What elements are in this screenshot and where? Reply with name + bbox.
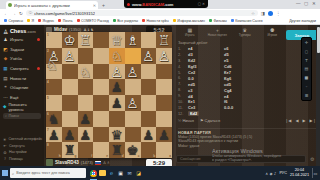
white-piece-f1[interactable]: ♖ [78,32,94,48]
square-h8[interactable]: 8h [46,142,62,158]
sidebar-item-label: Общение [10,85,28,90]
square-h6[interactable]: ♞6 [46,111,62,127]
rank-label: 7 [47,128,49,132]
chat-area: НОВАЯ ПАРТИЯ Midav (1350) против SlavaRD… [178,128,316,148]
graduation-cap-icon: ◆ [3,56,8,61]
sun-icon: ☀ [3,137,6,142]
square-g4[interactable] [62,79,78,95]
recorder-tool-6[interactable]: ☰ [305,93,309,98]
panel-tab-Играть[interactable]: ▦Играть [176,27,204,37]
move-number: 4. [178,65,188,69]
bookmark-favicon [231,19,234,22]
file-label: b [153,154,155,158]
square-a4[interactable] [156,79,172,95]
square-c8[interactable]: ♚c [125,142,141,158]
desktop-screen: Играть в шахматы с друзьями ✕ + — ▢ ✕ ww… [0,0,320,180]
move-nav-2[interactable]: ▶ [302,118,305,123]
panel-tab-Новая партия[interactable]: ＋Новая партия [204,27,232,37]
white-move[interactable]: Кe1 [188,99,224,104]
square-e8[interactable]: e [93,142,109,158]
panel-tab-Игроки[interactable]: ⚉Игроки [259,27,287,37]
white-move[interactable]: Кd2 [188,58,224,63]
square-c3[interactable]: ♙ [125,64,141,80]
chat-bubble-icon: ❝ [3,85,8,90]
black-piece-a7[interactable]: ♟ [156,127,172,143]
square-f5[interactable] [78,95,94,111]
bookmark-item[interactable]: Компания Санев [231,19,263,23]
gear-icon: ⚙ [3,150,7,155]
square-c5[interactable]: ♙ [125,95,141,111]
square-d6[interactable] [109,111,125,127]
browser-menu-icon[interactable]: ⋮ [276,11,281,16]
move-number: 9. [178,94,188,98]
black-move[interactable]: d5 [224,52,260,57]
black-piece-d5[interactable]: ♟ [109,95,125,111]
black-piece-f6[interactable]: ♟ [78,111,94,127]
sidebar-item-label: Смотреть [10,66,29,71]
square-f3[interactable]: ♘ [78,64,94,80]
bookmark-item[interactable]: Все разделы [113,19,138,23]
square-b3[interactable] [141,64,157,80]
black-move[interactable]: Сg4 [224,88,260,93]
white-move[interactable]: d4 [188,94,224,99]
bookmark-item[interactable]: Фильмы [209,19,227,23]
footer-label: Свернуть [9,144,25,148]
sidebar-item-Ещё[interactable]: ⋯Ещё [3,93,41,103]
black-piece-g7[interactable]: ♟ [62,127,78,143]
game-panel: ▦Играть＋Новая партия♛Турниры⚉Игроки Запи… [174,25,320,166]
record-dot-icon [127,3,130,6]
bookmark-label: СОМЕТО Расход [81,19,109,23]
bookmark-label: Все разделы [117,19,138,23]
screen-recorder-toolbar[interactable]: ✛◻T▤■–☰ [301,37,312,101]
help-icon: ? [3,156,7,161]
site-info-icon[interactable]: ⓘ [29,11,33,15]
square-d5[interactable]: ♟ [109,95,125,111]
bookmark-label: Новости spbu [147,19,169,23]
start-button[interactable] [0,166,10,180]
bandicam-text: www.BANDICAM.com [132,2,173,7]
sidebar-item-label: Учёба [10,56,22,61]
bookmark-item[interactable]: Новости spbu [142,19,169,23]
chesscom-logo[interactable]: ♙ Chess.com [3,27,41,35]
square-b2[interactable]: ♙ [141,48,157,64]
sidebar-search-input[interactable]: ⌕ Поиск [3,113,41,119]
square-g5[interactable] [62,95,78,111]
reload-icon[interactable]: ↻ [19,11,23,16]
white-move[interactable]: Се2 [188,70,224,75]
sidebar-item-Смотреть[interactable]: ▦Смотреть [3,64,41,74]
sidebar-menu: ♟Играть◩Задачи◆Учёба▦Смотреть▤Новости❝Об… [3,35,41,102]
bookmark-favicon [38,19,41,22]
square-f6[interactable]: ♟ [78,111,94,127]
new-tab-button[interactable]: + [102,2,105,8]
bookmark-item[interactable]: СОМЕТО Расход [77,19,109,23]
black-move[interactable]: e5 [224,58,260,63]
move-row: 12.Кd2 [178,111,298,117]
recorder-tool-1[interactable]: ◻ [305,49,308,54]
chess-board[interactable]: 1♔♖♕♗♖♙2♙♘♙♙3♘♙♙4♟5♟♙♞6♟♟7♟♟♛♟♟8h♜gfe♜d♚… [46,32,172,158]
panel-tabs: ▦Играть＋Новая партия♛Турниры⚉Игроки [176,27,286,37]
taskbar-word-icon[interactable]: ◪ [134,166,143,180]
square-e1[interactable] [93,32,109,48]
move-number: 3. [178,59,188,63]
bookmark-label: Фильмы [213,19,226,23]
square-d4[interactable]: ♟ [109,79,125,95]
black-move[interactable]: Кe7 [224,70,260,75]
square-h5[interactable]: 5 [46,95,62,111]
sidebar-item-label: Задачи [10,47,24,52]
move-nav-controls: ❘◀◀▶▶❘ [285,118,316,123]
browser-profile-avatar[interactable] [268,11,273,16]
square-g1[interactable]: ♔ [62,32,78,48]
move-nav-0[interactable]: ❘◀ [285,118,291,123]
sidebar-footer: ☀Светлый интерфейс⇤Свернуть⚙Настройки?По… [3,136,41,162]
panel-tab-label: Игроки [259,33,287,37]
extensions-puzzle-icon[interactable]: ◨ [261,11,265,16]
taskbar-explorer-icon[interactable] [98,166,107,180]
footer-label: Помощь [9,157,23,161]
sidebar: ♙ Chess.com ♟Играть◩Задачи◆Учёба▦Смотрет… [0,25,44,166]
bookmark-label: Я [32,19,35,23]
move-number: 1. [178,47,188,51]
bandicam-watermark: www.BANDICAM.com ▢ ✕ [124,0,208,8]
move-number: 8. [178,88,188,92]
file-label: e [106,154,108,158]
bookmark-item[interactable]: Яндекс [38,19,54,23]
tab-close-icon[interactable]: ✕ [93,3,96,8]
action-center-icon[interactable]: ▭ [312,168,318,178]
forward-icon[interactable]: → [12,11,17,16]
taskbar-store-icon[interactable]: ▣ [116,166,125,180]
bookmark-favicon [77,19,80,22]
bottom-player-avatar[interactable] [46,159,53,166]
dragged-white-knight-piece[interactable]: ♘ [44,57,60,73]
white-move[interactable]: Кd2 [188,111,199,116]
file-label: f [91,154,92,158]
square-g2[interactable]: ♙ [62,48,78,64]
other-bookmarks[interactable]: Другие закладки [289,19,316,23]
square-g8[interactable]: ♜g [62,142,78,158]
taskbar-mail-icon[interactable]: ✉ [125,166,134,180]
white-piece-d1[interactable]: ♕ [109,32,125,48]
square-e4[interactable] [93,79,109,95]
bookmark-item[interactable]: Информ-магазин [173,19,205,23]
tv-icon: ▦ [3,66,8,71]
pawn-icon: ♟ [3,37,8,42]
square-e5[interactable] [93,95,109,111]
rank-label: 4 [47,80,49,84]
bookmark-item[interactable]: Я [27,19,34,23]
puzzle-icon: ◩ [3,47,8,52]
move-number: 12. [178,112,188,116]
resign-button[interactable]: ⚑ Сдаться [200,118,220,123]
window-minimize-button[interactable]: — [296,1,301,6]
white-move[interactable]: ed5 [188,82,224,87]
rank-label: 5 [47,96,49,100]
square-c6[interactable] [125,111,141,127]
square-f1[interactable]: ♖ [78,32,94,48]
move-number: 10. [178,100,188,104]
bookmark-label: Компания Санев [235,19,262,23]
white-piece-c5[interactable]: ♙ [125,95,141,111]
bookmark-favicon [113,19,116,22]
white-piece-d3[interactable]: ♙ [109,64,125,80]
footer-label: Светлый интерфейс [8,137,42,141]
browser-toolbar: ← → ↻ ⓘ chess.com/game/live/2130193152 ☆… [0,9,320,17]
white-piece-a2[interactable]: ♙ [156,48,172,64]
square-f4[interactable] [78,79,94,95]
sidebar-item-Учёба[interactable]: ◆Учёба [3,54,41,64]
white-piece-g2[interactable]: ♙ [62,48,78,64]
square-g6[interactable] [62,111,78,127]
black-piece-b7[interactable]: ♟ [141,127,157,143]
russia-flag-icon [95,161,101,165]
rank-label: 8 [47,143,49,147]
panel-tab-label: Новая партия [204,33,232,37]
square-g3[interactable] [62,64,78,80]
move-number: 2. [178,53,188,57]
square-a2[interactable]: ♙ [156,48,172,64]
rank-label: 6 [47,112,49,116]
address-bar[interactable]: ⓘ chess.com/game/live/2130193152 ☆ [26,10,258,16]
bottom-player-name[interactable]: SlavaRD43 [55,160,79,165]
white-move[interactable]: e4 [188,46,224,51]
square-d3[interactable]: ♙ [109,64,125,80]
square-d1[interactable]: ♕ [109,32,125,48]
chess-app: ♙ Chess.com ♟Играть◩Задачи◆Учёба▦Смотрет… [0,25,320,166]
bottom-player-captured-pieces: ♙♗ [103,160,110,165]
tab-favicon [8,3,12,7]
bookmark-label: Сервисы [9,19,24,23]
sidebar-item-label: Новости [10,76,26,81]
square-h4[interactable]: 4 [46,79,62,95]
sidebar-item-Играть[interactable]: ♟Играть [3,35,41,45]
recorder-tool-0[interactable]: ✛ [305,40,308,45]
upgrade-button[interactable]: ◆ Повысить уровень [3,102,41,111]
white-move[interactable]: d3 [188,52,224,57]
windows-taskbar: ⌕ Введите здесь текст для поиска e ▣ ✉ ◪… [0,166,320,180]
file-label: h [59,154,61,158]
square-b7[interactable]: ♟ [141,127,157,143]
white-piece-b2[interactable]: ♙ [141,48,157,64]
chat-settings-gear-icon[interactable]: ⚙ [310,156,314,162]
tray-icons[interactable]: ∧ ◈ ♪ [265,171,276,176]
black-piece-d7[interactable]: ♛ [109,127,125,143]
bookmark-star-icon[interactable]: ☆ [251,11,255,16]
square-b6[interactable] [141,111,157,127]
black-move[interactable]: c6 [224,46,260,51]
square-e2[interactable] [93,48,109,64]
sidebar-item-label: Играть [10,37,23,42]
square-f8[interactable]: f [78,142,94,158]
bookmark-favicon [4,19,7,22]
bookmark-item[interactable]: Сервисы [4,19,23,23]
notification-badge [37,67,40,70]
sidebar-footer-help-icon[interactable]: ?Помощь [3,156,41,163]
file-label: g [75,154,77,158]
chat-lines: Midav (1350) против SlavaRD43 (1473) (5 … [178,135,316,149]
square-e7[interactable] [93,127,109,143]
game-actions: ½ Ничья ⚑ Сдаться ❘◀◀▶▶❘ [178,118,316,123]
move-number: 5. [178,71,188,75]
square-b8[interactable]: b [141,142,157,158]
white-move[interactable]: c3 [188,88,224,93]
search-icon: ⌕ [5,114,7,118]
draw-button[interactable]: ½ Ничья [178,118,194,123]
bookmarks-bar: СервисыЯЯндексПочтаСОМЕТО РасходВсе разд… [0,17,320,25]
taskbar-search-input[interactable]: ⌕ Введите здесь текст для поиска [10,168,86,178]
rank-label: 1 [47,33,49,37]
bookmark-favicon [58,19,61,22]
panel-tab-label: Играть [176,33,204,37]
square-b5[interactable] [141,95,157,111]
keyboard-language[interactable]: РУС [279,171,287,175]
recorder-tool-3[interactable]: ▤ [305,66,309,71]
white-piece-a1[interactable]: ♖ [156,32,172,48]
recorder-tool-4[interactable]: ■ [305,75,309,80]
black-piece-f7[interactable]: ♟ [78,127,94,143]
square-d7[interactable]: ♛ [109,127,125,143]
recorder-tool-2[interactable]: T [305,58,307,63]
square-d8[interactable]: ♜d [109,142,125,158]
sidebar-item-Задачи[interactable]: ◩Задачи [3,45,41,55]
search-icon: ⌕ [12,171,14,176]
square-a3[interactable] [156,64,172,80]
black-move[interactable]: Сd6 [224,64,260,69]
bandicam-controls[interactable]: ▢ ✕ [198,2,205,6]
square-a7[interactable]: ♟ [156,127,172,143]
recorder-tool-5[interactable]: – [306,84,308,89]
square-h1[interactable]: 1 [46,32,62,48]
bottom-player-rating: (1473) [81,160,93,165]
file-label: d [122,154,124,158]
white-move[interactable]: Кgf3 [188,64,224,69]
bookmark-favicon [27,19,30,22]
white-move[interactable]: 0-0 [188,76,224,81]
black-move[interactable]: Кg6 [224,76,260,81]
bookmark-favicon [173,19,176,22]
square-c2[interactable] [125,48,141,64]
black-piece-d4[interactable]: ♟ [109,79,125,95]
system-tray: ∧ ◈ ♪ РУС 20:04 21.04.2021 ▭ [265,168,320,178]
white-piece-d2[interactable]: ♘ [109,48,125,64]
square-a8[interactable]: a [156,142,172,158]
collapse-icon: ⇤ [3,143,7,148]
ellipsis-icon: ⋯ [3,95,8,100]
black-move[interactable]: e4 [224,94,260,99]
square-f2[interactable] [78,48,94,64]
panel-tab-Турниры[interactable]: ♛Турниры [231,27,259,37]
tab-title: Играть в шахматы с друзьями [14,3,91,8]
move-number: 6. [178,76,188,80]
move-number: 7. [178,82,188,86]
square-e6[interactable] [93,111,109,127]
square-a5[interactable] [156,95,172,111]
sidebar-item-label: Ещё [10,95,19,100]
square-a1[interactable]: ♖ [156,32,172,48]
rank-label: 2 [47,49,49,53]
window-maximize-button[interactable]: ▢ [304,1,308,6]
sidebar-item-Общение[interactable]: ❝Общение [3,83,41,93]
white-piece-f3[interactable]: ♘ [78,64,94,80]
footer-label: Настройки [9,150,27,154]
square-a6[interactable] [156,111,172,127]
back-icon[interactable]: ← [4,11,9,16]
taskbar-clock[interactable]: 20:04 21.04.2021 [290,168,309,177]
move-list: 1.e4c62.d3d53.Кd2e54.Кgf3Сd65.Се2Кe76.0-… [178,46,298,117]
square-g7[interactable]: ♟ [62,127,78,143]
panel-tab-label: Турниры [231,33,259,37]
logo-text: Chess.com [10,28,36,34]
square-b1[interactable] [141,32,157,48]
bookmark-item[interactable]: Почта [58,19,72,23]
white-piece-g1[interactable]: ♔ [62,32,78,48]
notification-badge [37,38,40,41]
move-number: 11. [178,106,188,110]
white-piece-c3[interactable]: ♙ [125,64,141,80]
black-move[interactable]: 0-0-0 [224,105,260,110]
opening-name: Закрытый дебют [178,41,208,45]
taskbar-chrome-icon[interactable] [89,166,98,180]
file-label: a [169,154,171,158]
black-move[interactable]: f6 [224,99,260,104]
file-label: c [138,154,140,158]
taskbar-edge-icon[interactable]: e [107,166,116,180]
square-d2[interactable]: ♘ [109,48,125,64]
square-h7[interactable]: ♟7 [46,127,62,143]
windows-logo-icon [2,170,8,176]
url-text: chess.com/game/live/2130193152 [34,11,95,16]
window-close-button[interactable]: ✕ [312,1,316,6]
square-e3[interactable] [93,64,109,80]
white-piece-c1[interactable]: ♗ [125,32,141,48]
windows-activation-watermark: Активация Windows Чтобы активировать Win… [212,148,281,163]
black-move[interactable]: cd5 [224,82,260,87]
sidebar-item-Новости[interactable]: ▤Новости [3,73,41,83]
logo-pawn-icon: ♙ [3,28,8,35]
browser-tab[interactable]: Играть в шахматы с друзьями ✕ [6,1,98,9]
diamond-icon: ◆ [3,104,6,109]
bookmark-favicon [209,19,212,22]
move-nav-1[interactable]: ◀ [295,118,298,123]
square-c1[interactable]: ♗ [125,32,141,48]
newspaper-icon: ▤ [3,76,8,81]
square-b4[interactable] [141,79,157,95]
white-move[interactable]: Сe3 [188,105,224,110]
bookmark-favicon [142,19,145,22]
square-c7[interactable] [125,127,141,143]
bookmark-label: Информ-магазин [177,19,205,23]
square-c4[interactable] [125,79,141,95]
bookmark-label: Яндекс [43,19,55,23]
square-f7[interactable]: ♟ [78,127,94,143]
page-scrollbar-thumb[interactable] [317,27,320,53]
bookmark-label: Почта [63,19,73,23]
